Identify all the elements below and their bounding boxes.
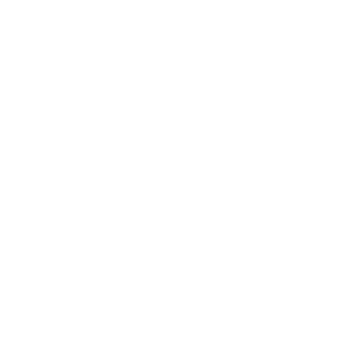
product-photo (0, 0, 350, 350)
insert-layer (0, 0, 350, 350)
